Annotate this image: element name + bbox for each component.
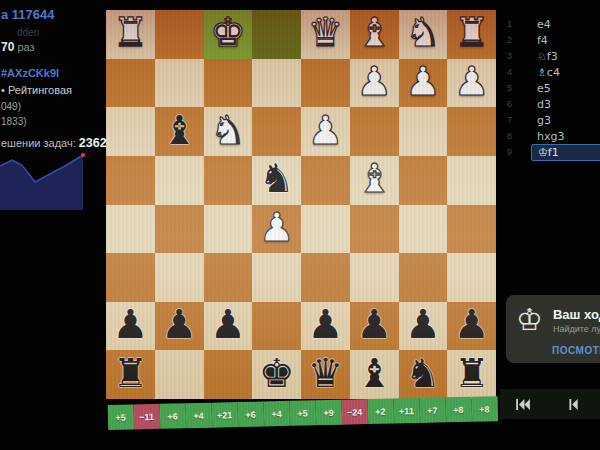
rating-value-1: 049)	[1, 101, 21, 112]
square-a3[interactable]	[447, 107, 496, 156]
square-d1[interactable]: ♛	[301, 10, 350, 59]
square-h3[interactable]	[106, 107, 155, 156]
piece-black-pawn-f7[interactable]: ♟	[210, 304, 246, 344]
left-sidebar: а 117644 dden 70 раз #AXzCKk9l • Рейтинг…	[0, 0, 104, 450]
rated-label: • Рейтинговая	[1, 84, 72, 96]
square-d3[interactable]: ♟	[301, 107, 350, 156]
move-row: 7g3	[500, 112, 600, 128]
score-segment[interactable]: +8	[472, 396, 499, 422]
your-move-card: ♔ Ваш ход Найдите лучший ход ПОСМОТРЕТЬ	[506, 295, 600, 363]
square-a8[interactable]: ♜	[447, 350, 496, 399]
square-a6[interactable]	[447, 253, 496, 302]
move-item[interactable]: g3	[537, 114, 551, 127]
square-e5[interactable]: ♟	[252, 205, 301, 254]
move-item[interactable]: e4	[537, 18, 551, 31]
piece-white-bishop-c4[interactable]: ♝	[356, 158, 392, 198]
score-segment[interactable]: +11	[394, 398, 421, 424]
square-b7[interactable]: ♟	[399, 302, 448, 351]
move-number: 9	[507, 147, 519, 157]
piece-black-rook-a8[interactable]: ♜	[454, 353, 490, 393]
view-solution-button[interactable]: ПОСМОТРЕТЬ	[552, 345, 600, 356]
square-e7[interactable]	[252, 302, 301, 351]
piece-white-pawn-c2[interactable]: ♟	[356, 61, 392, 101]
square-e4[interactable]: ♞	[252, 156, 301, 205]
piece-white-knight-f3[interactable]: ♞	[210, 110, 246, 150]
piece-white-rook-a1[interactable]: ♜	[454, 12, 490, 52]
square-b1[interactable]: ♞	[399, 10, 448, 59]
score-segment[interactable]: +2	[368, 399, 395, 425]
piece-white-rook-h1[interactable]: ♜	[112, 12, 148, 52]
score-segment[interactable]: +9	[316, 400, 343, 426]
move-row: 6d3	[500, 96, 600, 112]
square-e6[interactable]	[252, 253, 301, 302]
move-item-selected[interactable]: ♔f1	[531, 144, 600, 161]
move-number: 6	[507, 99, 519, 109]
score-segment[interactable]: +8	[446, 397, 473, 423]
score-segment[interactable]: +5	[290, 400, 317, 426]
puzzle-score-strip: +5−11+6+4+21+6+4+5+9−24+2+11+7+8+8	[108, 396, 498, 430]
square-b2[interactable]: ♟	[399, 59, 448, 108]
square-f3[interactable]: ♞	[204, 107, 253, 156]
square-g6[interactable]	[155, 253, 204, 302]
rating-dot	[81, 153, 85, 157]
move-row: 8hxg3	[500, 128, 600, 144]
piece-white-knight-b1[interactable]: ♞	[405, 12, 441, 52]
puzzle-rating-value: 2362	[79, 136, 107, 150]
move-number: 7	[507, 115, 519, 125]
chess-board[interactable]: ♜♚♛♝♞♜♟♟♟♝♞♟♞♝♟♟♟♟♟♟♟♟♜♚♛♝♞♜	[106, 10, 496, 399]
move-nav-bar	[500, 389, 600, 419]
square-h8[interactable]: ♜	[106, 350, 155, 399]
piece-black-knight-b8[interactable]: ♞	[405, 353, 441, 393]
square-g2[interactable]	[155, 59, 204, 108]
square-g1[interactable]	[155, 10, 204, 59]
square-c7[interactable]: ♟	[350, 302, 399, 351]
square-f7[interactable]: ♟	[204, 302, 253, 351]
move-item[interactable]: ♗c4	[537, 66, 560, 79]
move-number: 5	[507, 83, 519, 93]
square-e8[interactable]: ♚	[252, 350, 301, 399]
square-c3[interactable]	[350, 107, 399, 156]
move-number: 8	[507, 131, 519, 141]
piece-black-knight-e4[interactable]: ♞	[259, 158, 295, 198]
piece-white-pawn-e5[interactable]: ♟	[259, 207, 295, 247]
move-row: 1e4	[500, 16, 600, 32]
square-h6[interactable]	[106, 253, 155, 302]
piece-black-rook-h8[interactable]: ♜	[112, 353, 148, 393]
move-item[interactable]: hxg3	[537, 130, 564, 143]
piece-white-bishop-c1[interactable]: ♝	[356, 12, 392, 52]
move-row: 3♘f3	[500, 48, 600, 64]
square-d2[interactable]	[301, 59, 350, 108]
move-item[interactable]: ♘f3	[537, 50, 558, 63]
square-e3[interactable]	[252, 107, 301, 156]
score-segment[interactable]: +6	[238, 401, 265, 427]
square-b6[interactable]	[399, 253, 448, 302]
score-segment[interactable]: +21	[212, 402, 239, 428]
square-c4[interactable]: ♝	[350, 156, 399, 205]
square-d8[interactable]: ♛	[301, 350, 350, 399]
square-a7[interactable]: ♟	[447, 302, 496, 351]
score-segment[interactable]: −11	[134, 404, 161, 430]
piece-white-pawn-d3[interactable]: ♟	[307, 110, 343, 150]
square-c1[interactable]: ♝	[350, 10, 399, 59]
step-back-button[interactable]	[569, 399, 579, 410]
piece-black-pawn-a7[interactable]: ♟	[454, 304, 490, 344]
square-f6[interactable]	[204, 253, 253, 302]
piece-black-pawn-h7[interactable]: ♟	[112, 304, 148, 344]
square-h2[interactable]	[106, 59, 155, 108]
piece-white-king-f1[interactable]: ♚	[210, 12, 246, 52]
square-f4[interactable]	[204, 156, 253, 205]
square-g8[interactable]	[155, 350, 204, 399]
white-king-icon: ♔	[516, 305, 543, 335]
score-segment[interactable]: −24	[342, 399, 369, 425]
move-number: 3	[507, 51, 519, 61]
square-d5[interactable]	[301, 205, 350, 254]
piece-black-king-e8[interactable]: ♚	[259, 353, 295, 393]
move-item[interactable]: d3	[537, 98, 551, 111]
square-h5[interactable]	[106, 205, 155, 254]
score-segment[interactable]: +4	[186, 403, 213, 429]
square-a1[interactable]: ♜	[447, 10, 496, 59]
your-move-title: Ваш ход	[553, 307, 600, 322]
move-row: 2f4	[500, 32, 600, 48]
move-row: 5e5	[500, 80, 600, 96]
piece-white-pawn-b2[interactable]: ♟	[405, 61, 441, 101]
piece-black-pawn-d7[interactable]: ♟	[307, 304, 343, 344]
move-row: 9♔f1	[500, 144, 600, 160]
square-d7[interactable]: ♟	[301, 302, 350, 351]
move-number: 1	[507, 19, 519, 29]
puzzle-hash-link[interactable]: #AXzCKk9l	[1, 67, 59, 79]
square-g4[interactable]	[155, 156, 204, 205]
skip-to-start-button[interactable]	[516, 399, 531, 410]
rating-history-chart	[0, 152, 88, 218]
square-h1[interactable]: ♜	[106, 10, 155, 59]
puzzle-number-link[interactable]: а 117644	[1, 7, 55, 22]
square-h4[interactable]	[106, 156, 155, 205]
skip-to-start-icon	[516, 399, 531, 410]
move-row: 4♗c4	[500, 64, 600, 80]
piece-black-pawn-c7[interactable]: ♟	[356, 304, 392, 344]
square-g5[interactable]	[155, 205, 204, 254]
square-f5[interactable]	[204, 205, 253, 254]
piece-black-pawn-b7[interactable]: ♟	[405, 304, 441, 344]
square-a2[interactable]: ♟	[447, 59, 496, 108]
sidebar-dim-text: dden	[17, 27, 39, 38]
move-number: 4	[507, 67, 519, 77]
piece-black-pawn-g7[interactable]: ♟	[161, 304, 197, 344]
square-c6[interactable]	[350, 253, 399, 302]
puzzle-rating-text: ешении задач: 2362	[1, 136, 107, 150]
square-c8[interactable]: ♝	[350, 350, 399, 399]
piece-black-bishop-g3[interactable]: ♝	[161, 110, 197, 150]
square-b5[interactable]	[399, 205, 448, 254]
score-segment[interactable]: +5	[108, 404, 135, 430]
square-c5[interactable]	[350, 205, 399, 254]
piece-white-pawn-a2[interactable]: ♟	[454, 61, 490, 101]
square-e1[interactable]	[252, 10, 301, 59]
square-b3[interactable]	[399, 107, 448, 156]
move-item[interactable]: e5	[537, 82, 551, 95]
move-number: 2	[507, 35, 519, 45]
square-e2[interactable]	[252, 59, 301, 108]
square-b4[interactable]	[399, 156, 448, 205]
square-a4[interactable]	[447, 156, 496, 205]
square-g3[interactable]: ♝	[155, 107, 204, 156]
piece-black-queen-d8[interactable]: ♛	[307, 353, 343, 393]
solved-times-count: 70	[1, 40, 14, 54]
find-best-move-subtitle: Найдите лучший ход	[553, 324, 600, 334]
piece-white-queen-d1[interactable]: ♛	[307, 12, 343, 52]
square-g7[interactable]: ♟	[155, 302, 204, 351]
step-back-icon	[569, 399, 579, 410]
rating-value-2: 1833)	[1, 116, 27, 127]
move-item[interactable]: f4	[537, 34, 548, 47]
square-f8[interactable]	[204, 350, 253, 399]
score-segment[interactable]: +6	[160, 403, 187, 429]
square-f2[interactable]	[204, 59, 253, 108]
score-segment[interactable]: +7	[420, 397, 447, 423]
square-a5[interactable]	[447, 205, 496, 254]
score-segment[interactable]: +4	[264, 401, 291, 427]
square-d6[interactable]	[301, 253, 350, 302]
move-list: 1e42f43♘f34♗c45e56d37g38hxg39♔f1	[500, 16, 600, 160]
square-h7[interactable]: ♟	[106, 302, 155, 351]
square-f1[interactable]: ♚	[204, 10, 253, 59]
square-c2[interactable]: ♟	[350, 59, 399, 108]
piece-black-bishop-c8[interactable]: ♝	[356, 353, 392, 393]
solved-times-text: 70 раз	[1, 40, 35, 54]
square-b8[interactable]: ♞	[399, 350, 448, 399]
square-d4[interactable]	[301, 156, 350, 205]
